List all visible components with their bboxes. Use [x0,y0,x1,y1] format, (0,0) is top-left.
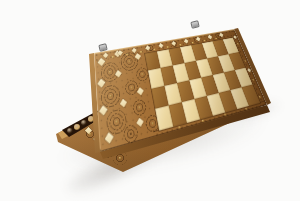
photo-background [0,0,300,201]
metal-clasp-right [190,20,199,29]
